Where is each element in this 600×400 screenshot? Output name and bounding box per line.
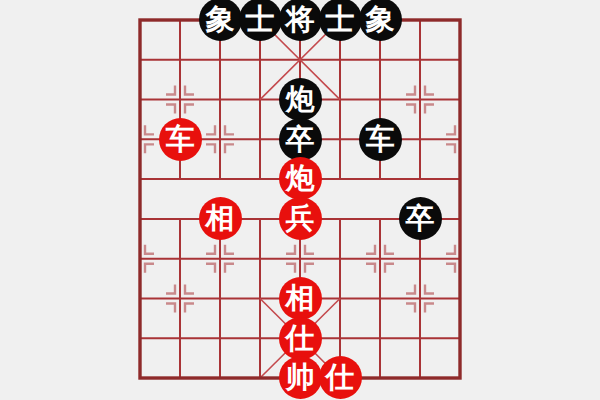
piece-red-advisor[interactable]: 仕 xyxy=(280,318,320,358)
piece-black-elephant-glyph: 象 xyxy=(359,0,402,41)
piece-black-cannon-glyph: 炮 xyxy=(279,78,322,121)
piece-red-general-glyph: 帅 xyxy=(279,356,322,399)
piece-red-advisor-glyph: 仕 xyxy=(319,356,362,399)
piece-red-chariot-glyph: 车 xyxy=(159,118,202,161)
piece-black-soldier[interactable]: 卒 xyxy=(400,199,440,239)
piece-red-elephant[interactable]: 相 xyxy=(280,278,320,318)
piece-red-soldier-glyph: 兵 xyxy=(279,197,322,240)
piece-black-general-glyph: 将 xyxy=(279,0,322,41)
piece-red-cannon-glyph: 炮 xyxy=(279,157,322,200)
piece-black-advisor[interactable]: 士 xyxy=(240,0,280,40)
piece-black-chariot[interactable]: 车 xyxy=(360,119,400,159)
piece-red-elephant-glyph: 相 xyxy=(199,197,242,240)
piece-black-chariot-glyph: 车 xyxy=(359,118,402,161)
piece-red-advisor[interactable]: 仕 xyxy=(320,358,360,398)
piece-black-elephant-glyph: 象 xyxy=(199,0,242,41)
piece-red-elephant[interactable]: 相 xyxy=(200,199,240,239)
piece-black-general[interactable]: 将 xyxy=(280,0,320,40)
piece-black-advisor[interactable]: 士 xyxy=(320,0,360,40)
piece-black-soldier-glyph: 卒 xyxy=(399,197,442,240)
piece-black-soldier-glyph: 卒 xyxy=(279,118,322,161)
piece-black-elephant[interactable]: 象 xyxy=(200,0,240,40)
xiangqi-pieces-layer: 象士将士象炮卒车卒车炮相兵相仕帅仕 xyxy=(120,0,480,398)
piece-red-advisor-glyph: 仕 xyxy=(279,317,322,360)
piece-black-elephant[interactable]: 象 xyxy=(360,0,400,40)
piece-black-soldier[interactable]: 卒 xyxy=(280,119,320,159)
piece-black-cannon[interactable]: 炮 xyxy=(280,80,320,120)
piece-red-general[interactable]: 帅 xyxy=(280,358,320,398)
xiangqi-app: 象士将士象炮卒车卒车炮相兵相仕帅仕 xyxy=(0,0,600,400)
piece-red-chariot[interactable]: 车 xyxy=(160,119,200,159)
piece-red-soldier[interactable]: 兵 xyxy=(280,199,320,239)
piece-red-cannon[interactable]: 炮 xyxy=(280,159,320,199)
piece-black-advisor-glyph: 士 xyxy=(239,0,282,41)
piece-red-elephant-glyph: 相 xyxy=(279,277,322,320)
piece-black-advisor-glyph: 士 xyxy=(319,0,362,41)
